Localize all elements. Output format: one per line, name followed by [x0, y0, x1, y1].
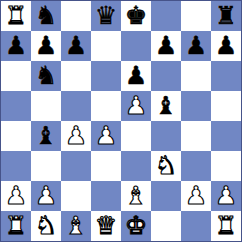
black-pawn: ♟ [155, 33, 177, 58]
square-h5[interactable] [211, 91, 241, 121]
black-pawn: ♟ [215, 33, 237, 58]
square-h7[interactable]: ♟ [211, 31, 241, 61]
square-b2[interactable]: ♟ [31, 181, 61, 211]
square-d3[interactable] [91, 151, 121, 181]
square-g7[interactable]: ♟ [181, 31, 211, 61]
square-g1[interactable] [181, 211, 211, 241]
square-c3[interactable] [61, 151, 91, 181]
square-f3[interactable]: ♞ [151, 151, 181, 181]
square-g6[interactable] [181, 61, 211, 91]
square-d8[interactable]: ♛ [91, 1, 121, 31]
white-pawn: ♟ [185, 183, 207, 208]
black-bishop: ♝ [35, 123, 57, 148]
square-f6[interactable] [151, 61, 181, 91]
black-queen: ♛ [95, 3, 117, 28]
square-e7[interactable] [121, 31, 151, 61]
white-pawn: ♟ [215, 183, 237, 208]
white-rook: ♜ [5, 3, 27, 28]
square-g5[interactable] [181, 91, 211, 121]
square-a2[interactable]: ♟ [1, 181, 31, 211]
square-e1[interactable]: ♚ [121, 211, 151, 241]
square-f8[interactable] [151, 1, 181, 31]
black-rook: ♜ [215, 3, 237, 28]
square-d6[interactable] [91, 61, 121, 91]
chess-board: ♜♞♛♚♜♟♟♟♟♟♟♞♟♟♝♝♟♟♞♟♟♝♟♟♜♞♝♛♚♜ [0, 0, 242, 242]
white-rook: ♜ [215, 213, 237, 238]
black-pawn: ♟ [35, 33, 57, 58]
square-f1[interactable] [151, 211, 181, 241]
square-e5[interactable]: ♟ [121, 91, 151, 121]
square-a5[interactable] [1, 91, 31, 121]
square-e3[interactable] [121, 151, 151, 181]
white-pawn: ♟ [35, 183, 57, 208]
square-c5[interactable] [61, 91, 91, 121]
black-knight: ♞ [35, 63, 57, 88]
square-c4[interactable]: ♟ [61, 121, 91, 151]
square-h8[interactable]: ♜ [211, 1, 241, 31]
square-g4[interactable] [181, 121, 211, 151]
square-d5[interactable] [91, 91, 121, 121]
square-d2[interactable] [91, 181, 121, 211]
white-bishop: ♝ [65, 213, 87, 238]
square-e2[interactable]: ♝ [121, 181, 151, 211]
square-c7[interactable]: ♟ [61, 31, 91, 61]
square-b3[interactable] [31, 151, 61, 181]
square-a8[interactable]: ♜ [1, 1, 31, 31]
black-pawn: ♟ [185, 33, 207, 58]
square-e6[interactable]: ♟ [121, 61, 151, 91]
square-a1[interactable]: ♜ [1, 211, 31, 241]
white-queen: ♛ [95, 213, 117, 238]
white-knight: ♞ [155, 153, 177, 178]
square-c1[interactable]: ♝ [61, 211, 91, 241]
square-f5[interactable]: ♝ [151, 91, 181, 121]
square-g2[interactable]: ♟ [181, 181, 211, 211]
square-a6[interactable] [1, 61, 31, 91]
black-knight: ♞ [35, 3, 57, 28]
square-c2[interactable] [61, 181, 91, 211]
square-a7[interactable]: ♟ [1, 31, 31, 61]
square-b5[interactable] [31, 91, 61, 121]
square-d1[interactable]: ♛ [91, 211, 121, 241]
white-knight: ♞ [35, 213, 57, 238]
square-b8[interactable]: ♞ [31, 1, 61, 31]
square-d4[interactable]: ♟ [91, 121, 121, 151]
black-pawn: ♟ [65, 33, 87, 58]
black-bishop: ♝ [155, 93, 177, 118]
black-pawn: ♟ [5, 33, 27, 58]
square-h6[interactable] [211, 61, 241, 91]
white-pawn: ♟ [95, 123, 117, 148]
white-pawn: ♟ [5, 183, 27, 208]
square-c6[interactable] [61, 61, 91, 91]
white-pawn: ♟ [65, 123, 87, 148]
square-h3[interactable] [211, 151, 241, 181]
square-b7[interactable]: ♟ [31, 31, 61, 61]
square-a3[interactable] [1, 151, 31, 181]
square-d7[interactable] [91, 31, 121, 61]
square-c8[interactable] [61, 1, 91, 31]
white-bishop: ♝ [125, 183, 147, 208]
black-king: ♚ [125, 3, 147, 28]
square-f2[interactable] [151, 181, 181, 211]
square-f7[interactable]: ♟ [151, 31, 181, 61]
square-b4[interactable]: ♝ [31, 121, 61, 151]
white-pawn: ♟ [125, 93, 147, 118]
white-king: ♚ [125, 213, 147, 238]
square-a4[interactable] [1, 121, 31, 151]
white-rook: ♜ [5, 213, 27, 238]
square-e4[interactable] [121, 121, 151, 151]
square-f4[interactable] [151, 121, 181, 151]
square-e8[interactable]: ♚ [121, 1, 151, 31]
square-h1[interactable]: ♜ [211, 211, 241, 241]
square-b1[interactable]: ♞ [31, 211, 61, 241]
black-pawn: ♟ [125, 63, 147, 88]
square-b6[interactable]: ♞ [31, 61, 61, 91]
square-g8[interactable] [181, 1, 211, 31]
square-g3[interactable] [181, 151, 211, 181]
square-h4[interactable] [211, 121, 241, 151]
square-h2[interactable]: ♟ [211, 181, 241, 211]
